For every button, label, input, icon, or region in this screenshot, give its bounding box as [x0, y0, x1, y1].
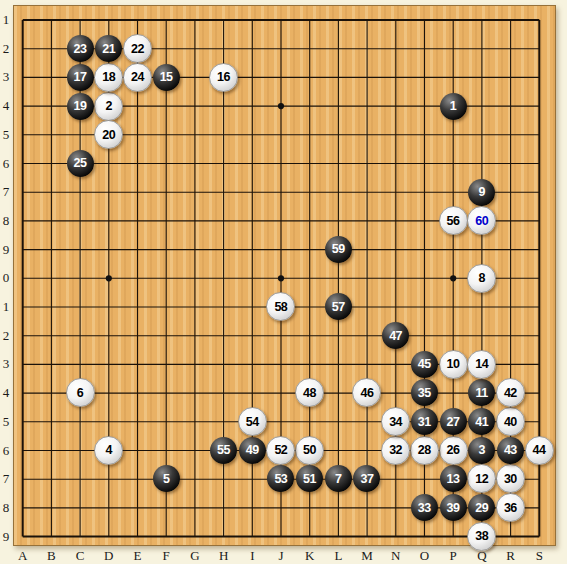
go-kifu-diagram: 1234567890123456789 ABCDEFGHIJKLMNOPQRS … — [0, 0, 567, 564]
stone-o13-black-move-45[interactable]: 45 — [411, 351, 438, 378]
stone-n16-white-move-32[interactable]: 32 — [381, 436, 410, 465]
stone-c14-white-move-6[interactable]: 6 — [66, 378, 95, 407]
stone-d4-white-move-2[interactable]: 2 — [94, 92, 123, 121]
stone-q8-white-move-60[interactable]: 60 — [467, 206, 496, 235]
stone-q19-white-move-38[interactable]: 38 — [467, 522, 496, 551]
stone-p17-black-move-13[interactable]: 13 — [440, 465, 467, 492]
stone-q18-black-move-29[interactable]: 29 — [468, 494, 495, 521]
stone-f17-black-move-5[interactable]: 5 — [153, 465, 180, 492]
stone-n12-black-move-47[interactable]: 47 — [382, 322, 409, 349]
stone-f3-black-move-15[interactable]: 15 — [153, 64, 180, 91]
stone-q7-black-move-9[interactable]: 9 — [468, 179, 495, 206]
stone-r16-black-move-43[interactable]: 43 — [497, 437, 524, 464]
stone-d3-white-move-18[interactable]: 18 — [94, 63, 123, 92]
stone-k17-black-move-51[interactable]: 51 — [296, 465, 323, 492]
stone-i16-black-move-49[interactable]: 49 — [239, 437, 266, 464]
stone-q17-white-move-12[interactable]: 12 — [467, 464, 496, 493]
stone-p4-black-move-1[interactable]: 1 — [440, 93, 467, 120]
stone-p16-white-move-26[interactable]: 26 — [439, 436, 468, 465]
stone-s16-white-move-44[interactable]: 44 — [525, 436, 554, 465]
stone-j17-black-move-53[interactable]: 53 — [267, 465, 294, 492]
stone-c3-black-move-17[interactable]: 17 — [67, 64, 94, 91]
stone-e3-white-move-24[interactable]: 24 — [123, 63, 152, 92]
stone-r17-white-move-30[interactable]: 30 — [496, 464, 525, 493]
stone-c2-black-move-23[interactable]: 23 — [67, 35, 94, 62]
stone-l9-black-move-59[interactable]: 59 — [325, 236, 352, 263]
stone-q10-white-move-8[interactable]: 8 — [467, 264, 496, 293]
stone-m14-white-move-46[interactable]: 46 — [352, 378, 381, 407]
stone-l11-black-move-57[interactable]: 57 — [325, 293, 352, 320]
stone-j11-white-move-58[interactable]: 58 — [266, 292, 295, 321]
stone-q16-black-move-3[interactable]: 3 — [468, 437, 495, 464]
stone-r14-white-move-42[interactable]: 42 — [496, 378, 525, 407]
stone-p13-white-move-10[interactable]: 10 — [439, 350, 468, 379]
stone-o18-black-move-33[interactable]: 33 — [411, 494, 438, 521]
stone-i15-white-move-54[interactable]: 54 — [238, 407, 267, 436]
stone-o14-black-move-35[interactable]: 35 — [411, 379, 438, 406]
go-board-intersections: 1234567891011121314151617181920212223242… — [8, 6, 553, 551]
stone-d16-white-move-4[interactable]: 4 — [94, 436, 123, 465]
stone-h16-black-move-55[interactable]: 55 — [210, 437, 237, 464]
stone-r18-white-move-36[interactable]: 36 — [496, 493, 525, 522]
stone-h3-white-move-16[interactable]: 16 — [209, 63, 238, 92]
stone-o15-black-move-31[interactable]: 31 — [411, 408, 438, 435]
stone-d2-black-move-21[interactable]: 21 — [95, 35, 122, 62]
stone-j16-white-move-52[interactable]: 52 — [266, 436, 295, 465]
stone-e2-white-move-22[interactable]: 22 — [123, 34, 152, 63]
stone-q14-black-move-11[interactable]: 11 — [468, 379, 495, 406]
stone-l17-black-move-7[interactable]: 7 — [325, 465, 352, 492]
stone-q13-white-move-14[interactable]: 14 — [467, 350, 496, 379]
stone-o16-white-move-28[interactable]: 28 — [410, 436, 439, 465]
stone-n15-white-move-34[interactable]: 34 — [381, 407, 410, 436]
stone-q15-black-move-41[interactable]: 41 — [468, 408, 495, 435]
stone-r15-white-move-40[interactable]: 40 — [496, 407, 525, 436]
stone-p8-white-move-56[interactable]: 56 — [439, 206, 468, 235]
stone-k16-white-move-50[interactable]: 50 — [295, 436, 324, 465]
stone-p15-black-move-27[interactable]: 27 — [440, 408, 467, 435]
stone-c4-black-move-19[interactable]: 19 — [67, 93, 94, 120]
stone-p18-black-move-39[interactable]: 39 — [440, 494, 467, 521]
stone-c6-black-move-25[interactable]: 25 — [67, 150, 94, 177]
stone-m17-black-move-37[interactable]: 37 — [353, 465, 380, 492]
stone-k14-white-move-48[interactable]: 48 — [295, 378, 324, 407]
stone-d5-white-move-20[interactable]: 20 — [94, 120, 123, 149]
